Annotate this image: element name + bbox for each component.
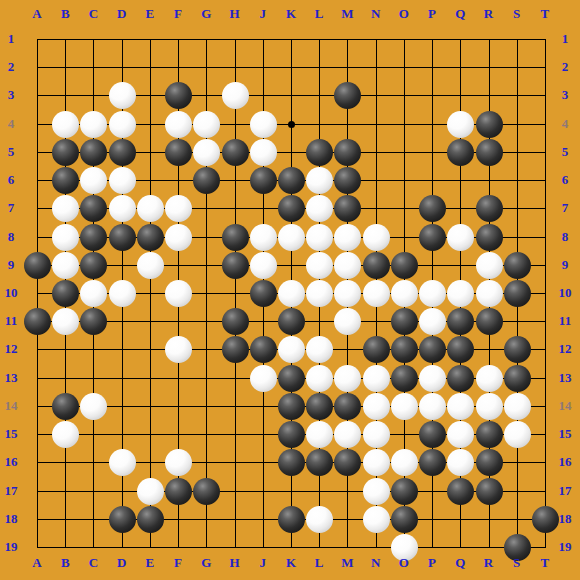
intersection-D17[interactable] — [108, 477, 136, 505]
intersection-E12[interactable] — [136, 336, 164, 364]
intersection-G15[interactable] — [193, 420, 221, 448]
intersection-D7[interactable]: ○ — [108, 195, 136, 223]
intersection-F16[interactable]: ○ — [164, 449, 192, 477]
intersection-K17[interactable] — [277, 477, 305, 505]
intersection-Q15[interactable]: ○ — [447, 420, 475, 448]
intersection-F8[interactable]: ○ — [164, 223, 192, 251]
intersection-J17[interactable] — [249, 477, 277, 505]
intersection-A6[interactable] — [23, 166, 51, 194]
intersection-S2[interactable] — [503, 54, 531, 82]
intersection-C18[interactable] — [80, 505, 108, 533]
intersection-S12[interactable]: ● — [503, 336, 531, 364]
intersection-H11[interactable]: ● — [221, 308, 249, 336]
intersection-R10[interactable]: ○ — [475, 279, 503, 307]
intersection-D2[interactable] — [108, 54, 136, 82]
intersection-F3[interactable]: ● — [164, 82, 192, 110]
intersection-P1[interactable] — [418, 25, 446, 53]
intersection-O8[interactable] — [390, 223, 418, 251]
intersection-B4[interactable]: ○ — [52, 110, 80, 138]
intersection-O7[interactable] — [390, 195, 418, 223]
intersection-G10[interactable] — [193, 279, 221, 307]
intersection-O11[interactable]: ● — [390, 308, 418, 336]
intersection-E10[interactable] — [136, 279, 164, 307]
intersection-H3[interactable]: ○ — [221, 82, 249, 110]
intersection-D4[interactable]: ○ — [108, 110, 136, 138]
intersection-E3[interactable] — [136, 82, 164, 110]
intersection-K18[interactable]: ● — [277, 505, 305, 533]
intersection-C10[interactable]: ○ — [80, 279, 108, 307]
intersection-N3[interactable] — [362, 82, 390, 110]
intersection-G9[interactable] — [193, 251, 221, 279]
intersection-B8[interactable]: ○ — [52, 223, 80, 251]
intersection-R15[interactable]: ● — [475, 420, 503, 448]
intersection-N18[interactable]: ○ — [362, 505, 390, 533]
intersection-E16[interactable] — [136, 449, 164, 477]
intersection-L1[interactable] — [306, 25, 334, 53]
intersection-F2[interactable] — [164, 54, 192, 82]
intersection-R5[interactable]: ● — [475, 138, 503, 166]
intersection-C9[interactable]: ● — [80, 251, 108, 279]
intersection-K6[interactable]: ● — [277, 166, 305, 194]
intersection-M15[interactable]: ○ — [334, 420, 362, 448]
intersection-O6[interactable] — [390, 166, 418, 194]
intersection-H8[interactable]: ● — [221, 223, 249, 251]
intersection-O14[interactable]: ○ — [390, 392, 418, 420]
intersection-J1[interactable] — [249, 25, 277, 53]
intersection-A13[interactable] — [23, 364, 51, 392]
intersection-A14[interactable] — [23, 392, 51, 420]
intersection-Q16[interactable]: ○ — [447, 449, 475, 477]
intersection-E17[interactable]: ○ — [136, 477, 164, 505]
intersection-H9[interactable]: ● — [221, 251, 249, 279]
intersection-F12[interactable]: ○ — [164, 336, 192, 364]
intersection-P6[interactable] — [418, 166, 446, 194]
intersection-L17[interactable] — [306, 477, 334, 505]
intersection-K16[interactable]: ● — [277, 449, 305, 477]
intersection-K3[interactable] — [277, 82, 305, 110]
intersection-F4[interactable]: ○ — [164, 110, 192, 138]
intersection-S10[interactable]: ● — [503, 279, 531, 307]
intersection-J9[interactable]: ○ — [249, 251, 277, 279]
intersection-P3[interactable] — [418, 82, 446, 110]
intersection-J7[interactable] — [249, 195, 277, 223]
intersection-M10[interactable]: ○ — [334, 279, 362, 307]
intersection-S5[interactable] — [503, 138, 531, 166]
intersection-K5[interactable] — [277, 138, 305, 166]
intersection-M8[interactable]: ○ — [334, 223, 362, 251]
intersection-S13[interactable]: ● — [503, 364, 531, 392]
intersection-F18[interactable] — [164, 505, 192, 533]
intersection-L10[interactable]: ○ — [306, 279, 334, 307]
intersection-N14[interactable]: ○ — [362, 392, 390, 420]
intersection-M2[interactable] — [334, 54, 362, 82]
intersection-R14[interactable]: ○ — [475, 392, 503, 420]
intersection-S16[interactable] — [503, 449, 531, 477]
intersection-M13[interactable]: ○ — [334, 364, 362, 392]
intersection-Q13[interactable]: ● — [447, 364, 475, 392]
intersection-N12[interactable]: ● — [362, 336, 390, 364]
intersection-M6[interactable]: ● — [334, 166, 362, 194]
intersection-N10[interactable]: ○ — [362, 279, 390, 307]
intersection-A15[interactable] — [23, 420, 51, 448]
intersection-Q3[interactable] — [447, 82, 475, 110]
intersection-S14[interactable]: ○ — [503, 392, 531, 420]
intersection-H7[interactable] — [221, 195, 249, 223]
intersection-O1[interactable] — [390, 25, 418, 53]
intersection-C4[interactable]: ○ — [80, 110, 108, 138]
intersection-H5[interactable]: ● — [221, 138, 249, 166]
intersection-H2[interactable] — [221, 54, 249, 82]
intersection-H12[interactable]: ● — [221, 336, 249, 364]
intersection-L15[interactable]: ○ — [306, 420, 334, 448]
intersection-O13[interactable]: ● — [390, 364, 418, 392]
intersection-R12[interactable] — [475, 336, 503, 364]
intersection-B15[interactable]: ○ — [52, 420, 80, 448]
intersection-K14[interactable]: ● — [277, 392, 305, 420]
intersection-J16[interactable] — [249, 449, 277, 477]
intersection-R17[interactable]: ● — [475, 477, 503, 505]
intersection-C2[interactable] — [80, 54, 108, 82]
intersection-C1[interactable] — [80, 25, 108, 53]
intersection-N8[interactable]: ○ — [362, 223, 390, 251]
intersection-E13[interactable] — [136, 364, 164, 392]
intersection-B7[interactable]: ○ — [52, 195, 80, 223]
intersection-N13[interactable]: ○ — [362, 364, 390, 392]
intersection-E14[interactable] — [136, 392, 164, 420]
intersection-A16[interactable] — [23, 449, 51, 477]
intersection-O9[interactable]: ● — [390, 251, 418, 279]
intersection-B3[interactable] — [52, 82, 80, 110]
intersection-P14[interactable]: ○ — [418, 392, 446, 420]
intersection-C8[interactable]: ● — [80, 223, 108, 251]
intersection-S15[interactable]: ○ — [503, 420, 531, 448]
intersection-O18[interactable]: ● — [390, 505, 418, 533]
intersection-P15[interactable]: ● — [418, 420, 446, 448]
intersection-J11[interactable] — [249, 308, 277, 336]
intersection-A8[interactable] — [23, 223, 51, 251]
intersection-H18[interactable] — [221, 505, 249, 533]
intersection-L8[interactable]: ○ — [306, 223, 334, 251]
intersection-P4[interactable] — [418, 110, 446, 138]
intersection-K2[interactable] — [277, 54, 305, 82]
intersection-K1[interactable] — [277, 25, 305, 53]
intersection-G17[interactable]: ● — [193, 477, 221, 505]
intersection-H14[interactable] — [221, 392, 249, 420]
intersection-A18[interactable] — [23, 505, 51, 533]
intersection-A17[interactable] — [23, 477, 51, 505]
intersection-O5[interactable] — [390, 138, 418, 166]
intersection-S17[interactable] — [503, 477, 531, 505]
intersection-Q6[interactable] — [447, 166, 475, 194]
intersection-L18[interactable]: ○ — [306, 505, 334, 533]
intersection-D8[interactable]: ● — [108, 223, 136, 251]
intersection-P12[interactable]: ● — [418, 336, 446, 364]
intersection-D1[interactable] — [108, 25, 136, 53]
intersection-K15[interactable]: ● — [277, 420, 305, 448]
intersection-C11[interactable]: ● — [80, 308, 108, 336]
intersection-N1[interactable] — [362, 25, 390, 53]
intersection-K11[interactable]: ● — [277, 308, 305, 336]
intersection-E5[interactable] — [136, 138, 164, 166]
intersection-L3[interactable] — [306, 82, 334, 110]
intersection-F10[interactable]: ○ — [164, 279, 192, 307]
intersection-A1[interactable] — [23, 25, 51, 53]
intersection-F5[interactable]: ● — [164, 138, 192, 166]
intersection-N15[interactable]: ○ — [362, 420, 390, 448]
intersection-A5[interactable] — [23, 138, 51, 166]
intersection-M9[interactable]: ○ — [334, 251, 362, 279]
intersection-N17[interactable]: ○ — [362, 477, 390, 505]
intersection-G3[interactable] — [193, 82, 221, 110]
intersection-F17[interactable]: ● — [164, 477, 192, 505]
intersection-P8[interactable]: ● — [418, 223, 446, 251]
intersection-D5[interactable]: ● — [108, 138, 136, 166]
intersection-D9[interactable] — [108, 251, 136, 279]
intersection-J8[interactable]: ○ — [249, 223, 277, 251]
intersection-D15[interactable] — [108, 420, 136, 448]
intersection-G14[interactable] — [193, 392, 221, 420]
intersection-D3[interactable]: ○ — [108, 82, 136, 110]
intersection-H10[interactable] — [221, 279, 249, 307]
intersection-B1[interactable] — [52, 25, 80, 53]
intersection-O4[interactable] — [390, 110, 418, 138]
intersection-A4[interactable] — [23, 110, 51, 138]
intersection-L7[interactable]: ○ — [306, 195, 334, 223]
intersection-E7[interactable]: ○ — [136, 195, 164, 223]
intersection-N11[interactable] — [362, 308, 390, 336]
intersection-Q18[interactable] — [447, 505, 475, 533]
intersection-Q1[interactable] — [447, 25, 475, 53]
intersection-R2[interactable] — [475, 54, 503, 82]
intersection-D12[interactable] — [108, 336, 136, 364]
intersection-S4[interactable] — [503, 110, 531, 138]
intersection-H15[interactable] — [221, 420, 249, 448]
intersection-E15[interactable] — [136, 420, 164, 448]
intersection-H4[interactable] — [221, 110, 249, 138]
intersection-M7[interactable]: ● — [334, 195, 362, 223]
intersection-J13[interactable]: ○ — [249, 364, 277, 392]
intersection-A12[interactable] — [23, 336, 51, 364]
intersection-C14[interactable]: ○ — [80, 392, 108, 420]
intersection-B10[interactable]: ● — [52, 279, 80, 307]
intersection-L16[interactable]: ● — [306, 449, 334, 477]
intersection-K12[interactable]: ○ — [277, 336, 305, 364]
intersection-A9[interactable]: ● — [23, 251, 51, 279]
intersection-L12[interactable]: ○ — [306, 336, 334, 364]
intersection-M5[interactable]: ● — [334, 138, 362, 166]
intersection-G18[interactable] — [193, 505, 221, 533]
intersection-G2[interactable] — [193, 54, 221, 82]
intersection-F9[interactable] — [164, 251, 192, 279]
intersection-B5[interactable]: ● — [52, 138, 80, 166]
intersection-J5[interactable]: ○ — [249, 138, 277, 166]
intersection-C5[interactable]: ● — [80, 138, 108, 166]
intersection-J2[interactable] — [249, 54, 277, 82]
intersection-N9[interactable]: ● — [362, 251, 390, 279]
intersection-A7[interactable] — [23, 195, 51, 223]
intersection-C16[interactable] — [80, 449, 108, 477]
intersection-O10[interactable]: ○ — [390, 279, 418, 307]
intersection-C13[interactable] — [80, 364, 108, 392]
intersection-J18[interactable] — [249, 505, 277, 533]
intersection-F6[interactable] — [164, 166, 192, 194]
intersection-L2[interactable] — [306, 54, 334, 82]
intersection-F15[interactable] — [164, 420, 192, 448]
intersection-P7[interactable]: ● — [418, 195, 446, 223]
intersection-N4[interactable] — [362, 110, 390, 138]
intersection-S1[interactable] — [503, 25, 531, 53]
intersection-J4[interactable]: ○ — [249, 110, 277, 138]
intersection-P18[interactable] — [418, 505, 446, 533]
intersection-G1[interactable] — [193, 25, 221, 53]
intersection-G7[interactable] — [193, 195, 221, 223]
intersection-C17[interactable] — [80, 477, 108, 505]
intersection-D14[interactable] — [108, 392, 136, 420]
intersection-S3[interactable] — [503, 82, 531, 110]
intersection-B13[interactable] — [52, 364, 80, 392]
intersection-Q8[interactable]: ○ — [447, 223, 475, 251]
intersection-G4[interactable]: ○ — [193, 110, 221, 138]
intersection-K8[interactable]: ○ — [277, 223, 305, 251]
intersection-R1[interactable] — [475, 25, 503, 53]
intersection-D13[interactable] — [108, 364, 136, 392]
intersection-N5[interactable] — [362, 138, 390, 166]
intersection-J6[interactable]: ● — [249, 166, 277, 194]
intersection-E4[interactable] — [136, 110, 164, 138]
intersection-M1[interactable] — [334, 25, 362, 53]
intersection-A2[interactable] — [23, 54, 51, 82]
intersection-R18[interactable] — [475, 505, 503, 533]
intersection-A3[interactable] — [23, 82, 51, 110]
intersection-M12[interactable] — [334, 336, 362, 364]
intersection-E8[interactable]: ● — [136, 223, 164, 251]
intersection-G16[interactable] — [193, 449, 221, 477]
intersection-L6[interactable]: ○ — [306, 166, 334, 194]
intersection-H6[interactable] — [221, 166, 249, 194]
intersection-G13[interactable] — [193, 364, 221, 392]
intersection-M14[interactable]: ● — [334, 392, 362, 420]
intersection-B18[interactable] — [52, 505, 80, 533]
intersection-L13[interactable]: ○ — [306, 364, 334, 392]
intersection-O15[interactable] — [390, 420, 418, 448]
intersection-D18[interactable]: ● — [108, 505, 136, 533]
intersection-Q5[interactable]: ● — [447, 138, 475, 166]
intersection-H1[interactable] — [221, 25, 249, 53]
intersection-R8[interactable]: ● — [475, 223, 503, 251]
intersection-E18[interactable]: ● — [136, 505, 164, 533]
intersection-N7[interactable] — [362, 195, 390, 223]
intersection-Q4[interactable]: ○ — [447, 110, 475, 138]
intersection-B12[interactable] — [52, 336, 80, 364]
intersection-B16[interactable] — [52, 449, 80, 477]
intersection-E11[interactable] — [136, 308, 164, 336]
intersection-Q17[interactable]: ● — [447, 477, 475, 505]
intersection-L9[interactable]: ○ — [306, 251, 334, 279]
intersection-S11[interactable] — [503, 308, 531, 336]
intersection-O3[interactable] — [390, 82, 418, 110]
intersection-D6[interactable]: ○ — [108, 166, 136, 194]
intersection-H16[interactable] — [221, 449, 249, 477]
intersection-F14[interactable] — [164, 392, 192, 420]
intersection-Q9[interactable] — [447, 251, 475, 279]
intersection-B2[interactable] — [52, 54, 80, 82]
intersection-J12[interactable]: ● — [249, 336, 277, 364]
intersection-Q7[interactable] — [447, 195, 475, 223]
intersection-E1[interactable] — [136, 25, 164, 53]
intersection-K9[interactable] — [277, 251, 305, 279]
intersection-J10[interactable]: ● — [249, 279, 277, 307]
intersection-C7[interactable]: ● — [80, 195, 108, 223]
intersection-M11[interactable]: ○ — [334, 308, 362, 336]
intersection-J14[interactable] — [249, 392, 277, 420]
intersection-P9[interactable] — [418, 251, 446, 279]
intersection-J15[interactable] — [249, 420, 277, 448]
intersection-R11[interactable]: ● — [475, 308, 503, 336]
intersection-G11[interactable] — [193, 308, 221, 336]
intersection-S18[interactable] — [503, 505, 531, 533]
intersection-L14[interactable]: ● — [306, 392, 334, 420]
intersection-M18[interactable] — [334, 505, 362, 533]
intersection-F1[interactable] — [164, 25, 192, 53]
intersection-P17[interactable] — [418, 477, 446, 505]
intersection-R9[interactable]: ○ — [475, 251, 503, 279]
intersection-B17[interactable] — [52, 477, 80, 505]
intersection-F11[interactable] — [164, 308, 192, 336]
intersection-P16[interactable]: ● — [418, 449, 446, 477]
intersection-D11[interactable] — [108, 308, 136, 336]
intersection-M17[interactable] — [334, 477, 362, 505]
intersection-D16[interactable]: ○ — [108, 449, 136, 477]
intersection-P13[interactable]: ○ — [418, 364, 446, 392]
intersection-G5[interactable]: ○ — [193, 138, 221, 166]
intersection-G8[interactable] — [193, 223, 221, 251]
intersection-S8[interactable] — [503, 223, 531, 251]
intersection-R6[interactable] — [475, 166, 503, 194]
intersection-R7[interactable]: ● — [475, 195, 503, 223]
intersection-O12[interactable]: ● — [390, 336, 418, 364]
intersection-S7[interactable] — [503, 195, 531, 223]
intersection-L5[interactable]: ● — [306, 138, 334, 166]
intersection-R4[interactable]: ● — [475, 110, 503, 138]
intersection-M3[interactable]: ● — [334, 82, 362, 110]
intersection-D10[interactable]: ○ — [108, 279, 136, 307]
intersection-O2[interactable] — [390, 54, 418, 82]
intersection-B6[interactable]: ● — [52, 166, 80, 194]
intersection-N2[interactable] — [362, 54, 390, 82]
intersection-E6[interactable] — [136, 166, 164, 194]
intersection-G6[interactable]: ● — [193, 166, 221, 194]
intersection-S9[interactable]: ● — [503, 251, 531, 279]
intersection-E9[interactable]: ○ — [136, 251, 164, 279]
intersection-P5[interactable] — [418, 138, 446, 166]
intersection-L11[interactable] — [306, 308, 334, 336]
intersection-F13[interactable] — [164, 364, 192, 392]
intersection-R13[interactable]: ○ — [475, 364, 503, 392]
intersection-B14[interactable]: ● — [52, 392, 80, 420]
intersection-K7[interactable]: ● — [277, 195, 305, 223]
intersection-O17[interactable]: ● — [390, 477, 418, 505]
intersection-L4[interactable] — [306, 110, 334, 138]
intersection-Q12[interactable]: ● — [447, 336, 475, 364]
intersection-S6[interactable] — [503, 166, 531, 194]
intersection-A11[interactable]: ● — [23, 308, 51, 336]
intersection-B9[interactable]: ○ — [52, 251, 80, 279]
intersection-M16[interactable]: ● — [334, 449, 362, 477]
intersection-N6[interactable] — [362, 166, 390, 194]
intersection-Q11[interactable]: ● — [447, 308, 475, 336]
intersection-K13[interactable]: ● — [277, 364, 305, 392]
intersection-Q2[interactable] — [447, 54, 475, 82]
